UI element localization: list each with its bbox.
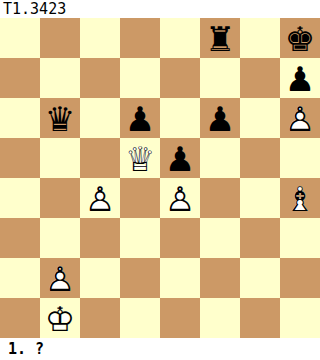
piece-black-king[interactable]: ♚ [280,18,320,58]
puzzle-diagram: T1.3423 ♜♚♟♛♟♟♟♙♛♕♟♟♙♟♙♝♗♟♙♚♔ 1. ? [0,0,320,360]
square-h3[interactable] [280,218,320,258]
square-g4[interactable] [240,178,280,218]
black-rook-icon: ♜ [200,18,240,58]
black-pawn-icon: ♟ [120,98,160,138]
white-pawn-icon: ♙ [80,178,120,218]
square-b6[interactable]: ♛ [40,98,80,138]
square-a5[interactable] [0,138,40,178]
square-c4[interactable]: ♟♙ [80,178,120,218]
square-g2[interactable] [240,258,280,298]
black-pawn-icon: ♟ [280,58,320,98]
chess-board: ♜♚♟♛♟♟♟♙♛♕♟♟♙♟♙♝♗♟♙♚♔ [0,18,320,338]
square-e4[interactable]: ♟♙ [160,178,200,218]
piece-white-king[interactable]: ♚♔ [40,298,80,338]
square-b2[interactable]: ♟♙ [40,258,80,298]
square-g3[interactable] [240,218,280,258]
square-f1[interactable] [200,298,240,338]
square-f2[interactable] [200,258,240,298]
square-g8[interactable] [240,18,280,58]
square-a1[interactable] [0,298,40,338]
piece-black-rook[interactable]: ♜ [200,18,240,58]
black-pawn-icon: ♟ [200,98,240,138]
square-c6[interactable] [80,98,120,138]
square-g7[interactable] [240,58,280,98]
square-d4[interactable] [120,178,160,218]
piece-black-pawn[interactable]: ♟ [120,98,160,138]
white-bishop-icon: ♗ [280,178,320,218]
white-pawn-icon: ♙ [280,98,320,138]
square-d7[interactable] [120,58,160,98]
square-d6[interactable]: ♟ [120,98,160,138]
square-a3[interactable] [0,218,40,258]
puzzle-id-label: T1.3423 [3,0,66,18]
black-king-icon: ♚ [280,18,320,58]
square-a8[interactable] [0,18,40,58]
square-e2[interactable] [160,258,200,298]
square-c8[interactable] [80,18,120,58]
piece-white-pawn[interactable]: ♟♙ [160,178,200,218]
square-h8[interactable]: ♚ [280,18,320,58]
white-pawn-icon: ♙ [40,258,80,298]
square-h6[interactable]: ♟♙ [280,98,320,138]
square-a6[interactable] [0,98,40,138]
square-b4[interactable] [40,178,80,218]
piece-black-queen[interactable]: ♛ [40,98,80,138]
piece-white-pawn[interactable]: ♟♙ [80,178,120,218]
square-a2[interactable] [0,258,40,298]
piece-white-bishop[interactable]: ♝♗ [280,178,320,218]
square-g1[interactable] [240,298,280,338]
square-g5[interactable] [240,138,280,178]
square-b1[interactable]: ♚♔ [40,298,80,338]
square-g6[interactable] [240,98,280,138]
white-pawn-icon: ♙ [160,178,200,218]
square-b7[interactable] [40,58,80,98]
piece-black-pawn[interactable]: ♟ [160,138,200,178]
square-b3[interactable] [40,218,80,258]
square-h4[interactable]: ♝♗ [280,178,320,218]
piece-white-pawn[interactable]: ♟♙ [280,98,320,138]
piece-white-pawn[interactable]: ♟♙ [40,258,80,298]
white-queen-icon: ♕ [120,138,160,178]
square-d2[interactable] [120,258,160,298]
square-e1[interactable] [160,298,200,338]
square-b8[interactable] [40,18,80,58]
square-c3[interactable] [80,218,120,258]
square-f8[interactable]: ♜ [200,18,240,58]
piece-black-pawn[interactable]: ♟ [280,58,320,98]
square-d8[interactable] [120,18,160,58]
black-queen-icon: ♛ [40,98,80,138]
square-h7[interactable]: ♟ [280,58,320,98]
square-e6[interactable] [160,98,200,138]
square-h5[interactable] [280,138,320,178]
square-f6[interactable]: ♟ [200,98,240,138]
square-c7[interactable] [80,58,120,98]
square-d3[interactable] [120,218,160,258]
square-a7[interactable] [0,58,40,98]
piece-white-queen[interactable]: ♛♕ [120,138,160,178]
square-e8[interactable] [160,18,200,58]
move-prompt-label: 1. ? [8,339,44,360]
white-king-icon: ♔ [40,298,80,338]
black-pawn-icon: ♟ [160,138,200,178]
square-c2[interactable] [80,258,120,298]
square-e3[interactable] [160,218,200,258]
square-f3[interactable] [200,218,240,258]
square-h2[interactable] [280,258,320,298]
square-e7[interactable] [160,58,200,98]
square-a4[interactable] [0,178,40,218]
square-b5[interactable] [40,138,80,178]
piece-black-pawn[interactable]: ♟ [200,98,240,138]
square-e5[interactable]: ♟ [160,138,200,178]
square-f4[interactable] [200,178,240,218]
square-c5[interactable] [80,138,120,178]
square-f5[interactable] [200,138,240,178]
square-f7[interactable] [200,58,240,98]
square-c1[interactable] [80,298,120,338]
square-d1[interactable] [120,298,160,338]
square-d5[interactable]: ♛♕ [120,138,160,178]
square-h1[interactable] [280,298,320,338]
